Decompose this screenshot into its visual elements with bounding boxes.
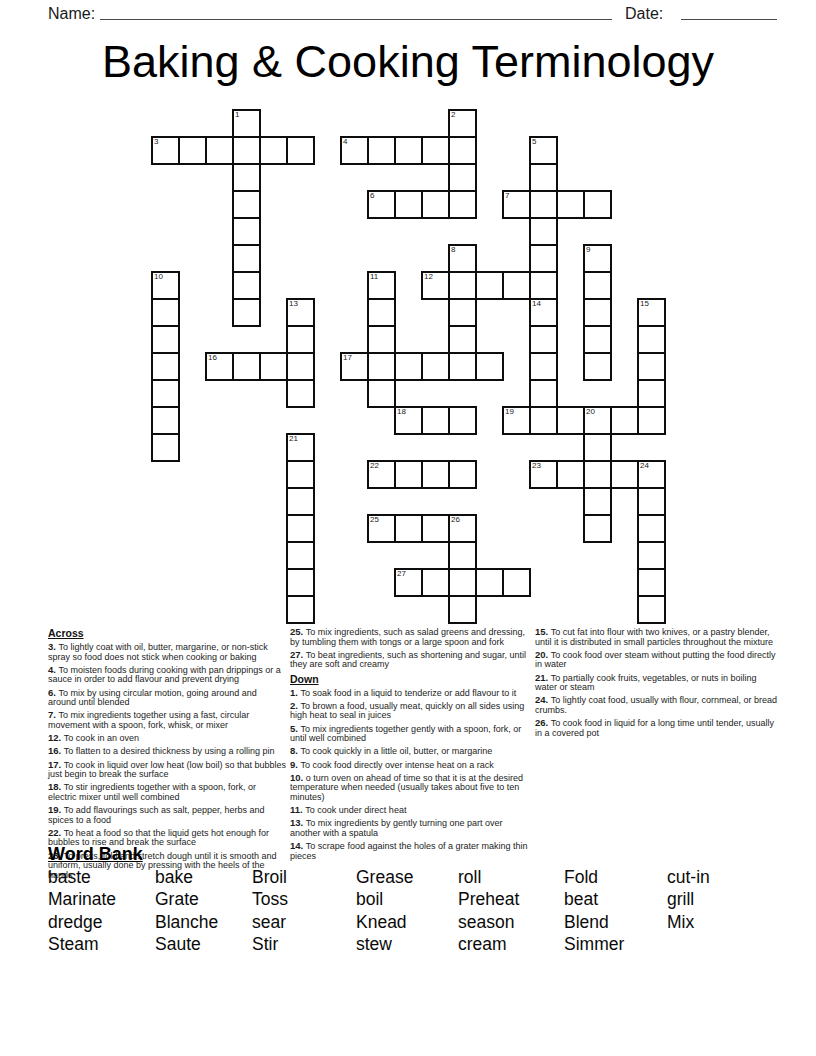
grid-cell-r5c16[interactable]: 9 — [584, 245, 611, 272]
cell-number-7: 7 — [505, 191, 509, 200]
word-bank-item: boil — [356, 888, 458, 910]
grid-cell-r17c9[interactable]: 27 — [395, 569, 422, 596]
grid-cell-r13c15[interactable] — [557, 461, 584, 488]
word-bank-item: season — [458, 911, 564, 933]
grid-cell-r14c16[interactable] — [584, 488, 611, 515]
cell-number-16: 16 — [208, 353, 217, 362]
cell-number-4: 4 — [343, 137, 347, 146]
grid-cell-r1c14[interactable]: 5 — [530, 137, 557, 164]
down-heading: Down — [290, 673, 532, 685]
grid-cell-r1c10[interactable] — [422, 137, 449, 164]
grid-cell-r1c0[interactable]: 3 — [152, 137, 179, 164]
word-bank-item: Steam — [48, 933, 155, 955]
cell-number-24: 24 — [640, 461, 649, 470]
grid-cell-r9c10[interactable] — [422, 353, 449, 380]
word-bank-item: bake — [155, 866, 252, 888]
grid-cell-r7c18[interactable]: 15 — [638, 299, 665, 326]
grid-cell-r18c5[interactable] — [287, 596, 314, 623]
grid-cell-r5c3[interactable] — [233, 245, 260, 272]
clue-down-15: 15. To cut fat into flour with two knive… — [535, 627, 777, 647]
grid-cell-r6c3[interactable] — [233, 272, 260, 299]
grid-cell-r9c11[interactable] — [449, 353, 476, 380]
cell-number-5: 5 — [532, 137, 536, 146]
grid-cell-r15c9[interactable] — [395, 515, 422, 542]
clue-across-16: 16. To flatten to a desired thickness by… — [48, 746, 286, 757]
grid-cell-r3c10[interactable] — [422, 191, 449, 218]
grid-cell-r1c3[interactable] — [233, 137, 260, 164]
grid-cell-r9c12[interactable] — [476, 353, 503, 380]
cell-number-1: 1 — [235, 110, 239, 119]
grid-cell-r10c18[interactable] — [638, 380, 665, 407]
clue-down-8: 8. To cook quickly in a little oil, butt… — [290, 746, 532, 757]
grid-cell-r10c14[interactable] — [530, 380, 557, 407]
grid-cell-r3c15[interactable] — [557, 191, 584, 218]
word-bank-item: Mix — [667, 911, 778, 933]
clue-across-17: 17. To cook in liquid over low heat (low… — [48, 760, 286, 780]
date-blank-line[interactable] — [681, 3, 777, 20]
cell-number-12: 12 — [424, 272, 433, 281]
grid-cell-r3c9[interactable] — [395, 191, 422, 218]
word-bank-item: cut-in — [667, 866, 778, 888]
clue-across-4: 4. To moisten foods during cooking with … — [48, 665, 286, 685]
cell-number-2: 2 — [451, 110, 455, 119]
word-bank-item: Toss — [252, 888, 356, 910]
grid-cell-r13c5[interactable] — [287, 461, 314, 488]
clue-across-7: 7. To mix ingredients together using a f… — [48, 710, 286, 730]
grid-cell-r0c11[interactable]: 2 — [449, 110, 476, 137]
word-bank-item: sear — [252, 911, 356, 933]
cell-number-10: 10 — [154, 272, 163, 281]
word-bank-heading: Word Bank — [48, 844, 143, 865]
across-heading: Across — [48, 627, 286, 639]
clue-down-24: 24. To lightly coat food, usually with f… — [535, 695, 777, 715]
grid-cell-r5c14[interactable] — [530, 245, 557, 272]
word-bank-item: Preheat — [458, 888, 564, 910]
cell-number-27: 27 — [397, 569, 406, 578]
grid-cell-r1c5[interactable] — [287, 137, 314, 164]
grid-cell-r8c16[interactable] — [584, 326, 611, 353]
grid-cell-r1c11[interactable] — [449, 137, 476, 164]
grid-cell-r17c12[interactable] — [476, 569, 503, 596]
clue-across-6: 6. To mix by using circular motion, goin… — [48, 688, 286, 708]
grid-cell-r9c3[interactable] — [233, 353, 260, 380]
grid-cell-r2c14[interactable] — [530, 164, 557, 191]
clue-down-1: 1. To soak food in a liquid to tenderize… — [290, 688, 532, 699]
word-bank-item: Simmer — [564, 933, 667, 955]
grid-cell-r6c10[interactable]: 12 — [422, 272, 449, 299]
cell-number-3: 3 — [154, 137, 158, 146]
grid-cell-r17c10[interactable] — [422, 569, 449, 596]
clue-across-18: 18. To stir ingredients together with a … — [48, 782, 286, 802]
grid-cell-r9c7[interactable]: 17 — [341, 353, 368, 380]
grid-cell-r10c0[interactable] — [152, 380, 179, 407]
grid-cell-r9c5[interactable] — [287, 353, 314, 380]
grid-cell-r11c14[interactable] — [530, 407, 557, 434]
grid-cell-r9c4[interactable] — [260, 353, 287, 380]
grid-cell-r12c16[interactable] — [584, 434, 611, 461]
grid-cell-r11c18[interactable] — [638, 407, 665, 434]
grid-cell-r6c0[interactable]: 10 — [152, 272, 179, 299]
grid-cell-r8c11[interactable] — [449, 326, 476, 353]
worksheet-page: Name: Date: Baking & Cooking Terminology… — [0, 0, 816, 1056]
word-bank-item: Stir — [252, 933, 356, 955]
cell-number-9: 9 — [586, 245, 590, 254]
grid-cell-r1c9[interactable] — [395, 137, 422, 164]
grid-cell-r15c18[interactable] — [638, 515, 665, 542]
grid-cell-r15c5[interactable] — [287, 515, 314, 542]
grid-cell-r8c5[interactable] — [287, 326, 314, 353]
cell-number-20: 20 — [586, 407, 595, 416]
cell-number-14: 14 — [532, 299, 541, 308]
clue-across-27: 27. To beat ingredients, such as shorten… — [290, 650, 532, 670]
grid-cell-r1c4[interactable] — [260, 137, 287, 164]
grid-cell-r12c5[interactable]: 21 — [287, 434, 314, 461]
grid-cell-r9c0[interactable] — [152, 353, 179, 380]
grid-cell-r11c17[interactable] — [611, 407, 638, 434]
clue-down-13: 13. To mix ingredients by gently turning… — [290, 818, 532, 838]
grid-cell-r17c11[interactable] — [449, 569, 476, 596]
cell-number-18: 18 — [397, 407, 406, 416]
grid-cell-r2c3[interactable] — [233, 164, 260, 191]
grid-cell-r3c11[interactable] — [449, 191, 476, 218]
clue-column-middle: 25. To mix ingredients, such as salad gr… — [290, 627, 532, 864]
word-bank-item: Blanche — [155, 911, 252, 933]
grid-cell-r13c8[interactable]: 22 — [368, 461, 395, 488]
clue-across-25: 25. To mix ingredients, such as salad gr… — [290, 627, 532, 647]
grid-cell-r16c5[interactable] — [287, 542, 314, 569]
grid-cell-r1c2[interactable] — [206, 137, 233, 164]
name-label: Name: — [48, 5, 95, 23]
clue-down-9: 9. To cook food directly over intense he… — [290, 760, 532, 771]
cell-number-25: 25 — [370, 515, 379, 524]
word-bank-item: roll — [458, 866, 564, 888]
grid-cell-r1c1[interactable] — [179, 137, 206, 164]
grid-cell-r11c0[interactable] — [152, 407, 179, 434]
grid-cell-r8c8[interactable] — [368, 326, 395, 353]
grid-cell-r13c9[interactable] — [395, 461, 422, 488]
word-bank-item: Grate — [155, 888, 252, 910]
grid-cell-r9c18[interactable] — [638, 353, 665, 380]
grid-cell-r10c8[interactable] — [368, 380, 395, 407]
grid-cell-r6c13[interactable] — [503, 272, 530, 299]
word-bank-item: Saute — [155, 933, 252, 955]
grid-cell-r6c12[interactable] — [476, 272, 503, 299]
grid-cell-r15c16[interactable] — [584, 515, 611, 542]
grid-cell-r2c11[interactable] — [449, 164, 476, 191]
grid-cell-r9c14[interactable] — [530, 353, 557, 380]
grid-cell-r3c3[interactable] — [233, 191, 260, 218]
grid-cell-r12c0[interactable] — [152, 434, 179, 461]
word-bank-item: Fold — [564, 866, 667, 888]
grid-cell-r15c10[interactable] — [422, 515, 449, 542]
grid-cell-r9c16[interactable] — [584, 353, 611, 380]
cell-number-19: 19 — [505, 407, 514, 416]
grid-cell-r18c18[interactable] — [638, 596, 665, 623]
cell-number-8: 8 — [451, 245, 455, 254]
word-bank-list: bastebakeBroilGreaserollFoldcut-inMarina… — [48, 866, 778, 956]
grid-cell-r14c5[interactable] — [287, 488, 314, 515]
cell-number-21: 21 — [289, 434, 298, 443]
grid-cell-r11c10[interactable] — [422, 407, 449, 434]
grid-cell-r5c11[interactable]: 8 — [449, 245, 476, 272]
clue-down-11: 11. To cook under direct heat — [290, 805, 532, 816]
grid-cell-r15c8[interactable]: 25 — [368, 515, 395, 542]
word-bank-item: Grease — [356, 866, 458, 888]
word-bank-item: Blend — [564, 911, 667, 933]
grid-cell-r18c11[interactable] — [449, 596, 476, 623]
cell-number-6: 6 — [370, 191, 374, 200]
grid-cell-r6c8[interactable]: 11 — [368, 272, 395, 299]
grid-cell-r7c5[interactable]: 13 — [287, 299, 314, 326]
cell-number-26: 26 — [451, 515, 460, 524]
grid-cell-r17c13[interactable] — [503, 569, 530, 596]
word-bank-item: dredge — [48, 911, 155, 933]
word-bank-item: Broil — [252, 866, 356, 888]
grid-cell-r7c11[interactable] — [449, 299, 476, 326]
grid-cell-r7c3[interactable] — [233, 299, 260, 326]
word-bank-item: baste — [48, 866, 155, 888]
grid-cell-r7c14[interactable]: 14 — [530, 299, 557, 326]
word-bank-item: grill — [667, 888, 778, 910]
grid-cell-r3c16[interactable] — [584, 191, 611, 218]
grid-cell-r11c9[interactable]: 18 — [395, 407, 422, 434]
cell-number-15: 15 — [640, 299, 649, 308]
grid-cell-r11c11[interactable] — [449, 407, 476, 434]
grid-cell-r9c9[interactable] — [395, 353, 422, 380]
clue-down-5: 5. To mix ingredients together gently wi… — [290, 724, 532, 744]
grid-cell-r3c13[interactable]: 7 — [503, 191, 530, 218]
clue-across-19: 19. To add flavourings such as salt, pep… — [48, 805, 286, 825]
cell-number-13: 13 — [289, 299, 298, 308]
word-bank-item: Knead — [356, 911, 458, 933]
clue-column-down-cont: 15. To cut fat into flour with two knive… — [535, 627, 777, 741]
clue-down-14: 14. To scrape food against the holes of … — [290, 841, 532, 861]
crossword-grid: 1234567891011121314151617181920212223242… — [152, 110, 665, 623]
grid-cell-r4c14[interactable] — [530, 218, 557, 245]
grid-cell-r6c16[interactable] — [584, 272, 611, 299]
grid-cell-r1c7[interactable]: 4 — [341, 137, 368, 164]
word-bank-item: beat — [564, 888, 667, 910]
cell-number-11: 11 — [370, 272, 378, 281]
grid-cell-r8c14[interactable] — [530, 326, 557, 353]
grid-cell-r13c17[interactable] — [611, 461, 638, 488]
grid-cell-r13c10[interactable] — [422, 461, 449, 488]
grid-cell-r7c16[interactable] — [584, 299, 611, 326]
grid-cell-r13c14[interactable]: 23 — [530, 461, 557, 488]
clue-across-12: 12. To cook in an oven — [48, 733, 286, 744]
grid-cell-r17c5[interactable] — [287, 569, 314, 596]
cell-number-23: 23 — [532, 461, 541, 470]
grid-cell-r14c18[interactable] — [638, 488, 665, 515]
grid-cell-r1c8[interactable] — [368, 137, 395, 164]
grid-cell-r9c2[interactable]: 16 — [206, 353, 233, 380]
clue-down-2: 2. To brown a food, usually meat, quickl… — [290, 701, 532, 721]
word-bank-item: Marinate — [48, 888, 155, 910]
grid-cell-r11c13[interactable]: 19 — [503, 407, 530, 434]
grid-cell-r6c14[interactable] — [530, 272, 557, 299]
grid-cell-r8c18[interactable] — [638, 326, 665, 353]
clue-down-26: 26. To cook food in liquid for a long ti… — [535, 718, 777, 738]
clue-down-21: 21. To partially cook fruits, vegetables… — [535, 673, 777, 693]
grid-cell-r8c0[interactable] — [152, 326, 179, 353]
cell-number-17: 17 — [343, 353, 352, 362]
grid-cell-r15c11[interactable]: 26 — [449, 515, 476, 542]
grid-cell-r11c15[interactable] — [557, 407, 584, 434]
grid-cell-r17c18[interactable] — [638, 569, 665, 596]
word-bank-item: cream — [458, 933, 564, 955]
date-label: Date: — [625, 5, 663, 23]
grid-cell-r10c5[interactable] — [287, 380, 314, 407]
grid-cell-r3c14[interactable] — [530, 191, 557, 218]
grid-cell-r7c0[interactable] — [152, 299, 179, 326]
clue-down-10: 10. o turn oven on ahead of time so that… — [290, 773, 532, 803]
grid-cell-r13c18[interactable]: 24 — [638, 461, 665, 488]
grid-cell-r16c18[interactable] — [638, 542, 665, 569]
clue-across-3: 3. To lightly coat with oil, butter, mar… — [48, 642, 286, 662]
name-blank-line[interactable] — [100, 3, 612, 20]
clue-down-20: 20. To cook food over steam without putt… — [535, 650, 777, 670]
grid-cell-r0c3[interactable]: 1 — [233, 110, 260, 137]
grid-cell-r9c8[interactable] — [368, 353, 395, 380]
grid-cell-r16c11[interactable] — [449, 542, 476, 569]
grid-cell-r11c16[interactable]: 20 — [584, 407, 611, 434]
grid-cell-r13c16[interactable] — [584, 461, 611, 488]
grid-cell-r7c8[interactable] — [368, 299, 395, 326]
grid-cell-r13c11[interactable] — [449, 461, 476, 488]
grid-cell-r6c11[interactable] — [449, 272, 476, 299]
word-bank-item: stew — [356, 933, 458, 955]
grid-cell-r4c3[interactable] — [233, 218, 260, 245]
page-title: Baking & Cooking Terminology — [0, 36, 816, 88]
cell-number-22: 22 — [370, 461, 379, 470]
grid-cell-r3c8[interactable]: 6 — [368, 191, 395, 218]
